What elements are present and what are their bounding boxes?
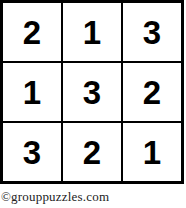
cell-r1c1[interactable]: 2 (3, 3, 61, 61)
cell-r2c3[interactable]: 2 (123, 63, 181, 121)
cell-r1c3[interactable]: 3 (123, 3, 181, 61)
puzzle-card: 2 1 3 1 3 2 3 2 1 ©grouppuzzles.com (0, 0, 186, 208)
puzzle-board: 2 1 3 1 3 2 3 2 1 (0, 0, 184, 184)
copyright-text: ©grouppuzzles.com (1, 189, 109, 205)
cell-r1c2[interactable]: 1 (63, 3, 121, 61)
cell-r3c3[interactable]: 1 (123, 123, 181, 181)
cell-r2c1[interactable]: 1 (3, 63, 61, 121)
cell-r2c2[interactable]: 3 (63, 63, 121, 121)
cell-r3c2[interactable]: 2 (63, 123, 121, 181)
cell-r3c1[interactable]: 3 (3, 123, 61, 181)
